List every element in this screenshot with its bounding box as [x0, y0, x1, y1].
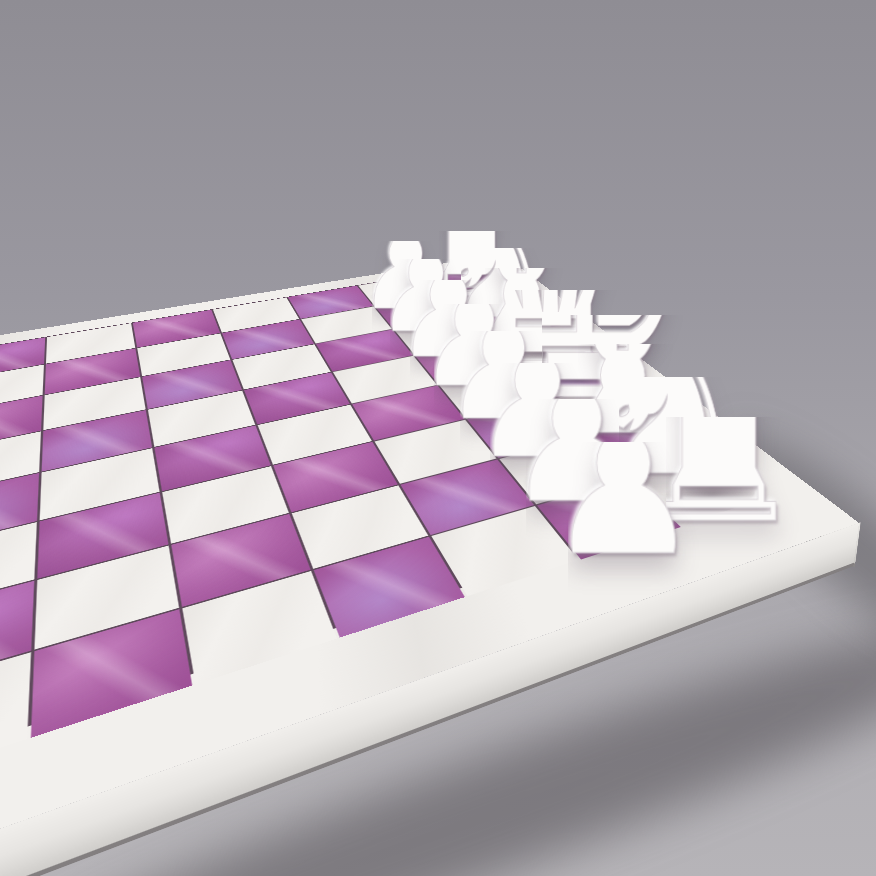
square-h7[interactable] — [0, 652, 31, 799]
perspective-scene: ♟♜♟♞♟♝♟♛♟♚♟♝♟♞♟♜ — [0, 0, 876, 876]
chess-board: ♟♜♟♞♟♝♟♛♟♚♟♝♟♞♟♜ — [0, 254, 859, 876]
board-grid: ♟♜♟♞♟♝♟♛♟♚♟♝♟♞♟♜ — [0, 265, 754, 855]
square-d5[interactable] — [148, 391, 255, 447]
photo-scene: ♟♜♟♞♟♝♟♛♟♚♟♝♟♞♟♜ — [0, 0, 876, 876]
square-g5[interactable] — [171, 514, 310, 607]
square-d6[interactable] — [42, 410, 152, 471]
square-h5[interactable] — [182, 571, 337, 684]
square-f4[interactable] — [273, 442, 397, 512]
